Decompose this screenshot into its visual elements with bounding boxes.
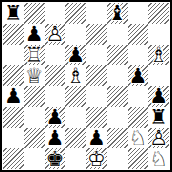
white-bishop-icon: ♗ (149, 45, 168, 65)
black-pawn-icon: ♟ (4, 86, 23, 106)
square-e7[interactable] (86, 24, 107, 45)
square-g1[interactable] (128, 148, 149, 169)
square-a5[interactable] (3, 65, 24, 86)
white-queen-b5: ♛♕ (24, 65, 45, 86)
white-king-e1: ♚♔ (86, 148, 107, 169)
white-knight-g2: ♞♘ (128, 128, 149, 149)
square-a1[interactable] (3, 148, 24, 169)
square-d5[interactable]: ♝♗ (65, 65, 86, 86)
square-h8[interactable] (148, 3, 169, 24)
square-g5[interactable]: ♟♟ (128, 65, 149, 86)
square-a8[interactable]: ♜♜ (3, 3, 24, 24)
white-knight-icon: ♘ (128, 128, 147, 148)
square-b4[interactable] (24, 86, 45, 107)
black-rook-a8: ♜♜ (3, 3, 24, 24)
square-b7[interactable]: ♟♟ (24, 24, 45, 45)
square-g8[interactable] (128, 3, 149, 24)
square-f8[interactable]: ♝♝ (107, 3, 128, 24)
white-bishop-d5: ♝♗ (65, 65, 86, 86)
black-pawn-icon: ♟ (45, 128, 64, 148)
white-bishop-h6: ♝♗ (148, 45, 169, 66)
black-rook-h3: ♜♜ (148, 107, 169, 128)
square-a3[interactable] (3, 107, 24, 128)
square-c6[interactable] (45, 45, 66, 66)
black-pawn-icon: ♟ (128, 66, 147, 86)
square-h4[interactable]: ♟♟ (148, 86, 169, 107)
square-f1[interactable] (107, 148, 128, 169)
square-e4[interactable] (86, 86, 107, 107)
square-g3[interactable] (128, 107, 149, 128)
square-b3[interactable] (24, 107, 45, 128)
square-c7[interactable]: ♟♙ (45, 24, 66, 45)
black-pawn-a4: ♟♟ (3, 86, 24, 107)
black-pawn-icon: ♟ (25, 24, 44, 44)
square-b8[interactable] (24, 3, 45, 24)
square-h6[interactable]: ♝♗ (148, 45, 169, 66)
square-f5[interactable] (107, 65, 128, 86)
black-pawn-g5: ♟♟ (128, 65, 149, 86)
white-pawn-icon: ♙ (149, 128, 168, 148)
black-pawn-d6: ♟♟ (65, 45, 86, 66)
square-g7[interactable] (128, 24, 149, 45)
black-king-c1: ♚♚ (45, 148, 66, 169)
black-pawn-c2: ♟♟ (45, 128, 66, 149)
square-a4[interactable]: ♟♟ (3, 86, 24, 107)
square-c8[interactable] (45, 3, 66, 24)
square-f7[interactable] (107, 24, 128, 45)
square-a6[interactable] (3, 45, 24, 66)
square-h1[interactable]: ♞♘ (148, 148, 169, 169)
square-c5[interactable] (45, 65, 66, 86)
square-d4[interactable] (65, 86, 86, 107)
square-e3[interactable] (86, 107, 107, 128)
square-f6[interactable] (107, 45, 128, 66)
square-e2[interactable]: ♟♟ (86, 128, 107, 149)
square-h7[interactable] (148, 24, 169, 45)
square-d7[interactable] (65, 24, 86, 45)
white-knight-h1: ♞♘ (148, 148, 169, 169)
square-e1[interactable]: ♚♔ (86, 148, 107, 169)
white-rook-b6: ♜♖ (24, 45, 45, 66)
square-d3[interactable] (65, 107, 86, 128)
black-pawn-b7: ♟♟ (24, 24, 45, 45)
square-c3[interactable]: ♟♟ (45, 107, 66, 128)
black-king-icon: ♚ (45, 149, 64, 169)
black-pawn-h4: ♟♟ (148, 86, 169, 107)
black-rook-icon: ♜ (4, 3, 23, 23)
white-pawn-c7: ♟♙ (45, 24, 66, 45)
square-e8[interactable] (86, 3, 107, 24)
square-c2[interactable]: ♟♟ (45, 128, 66, 149)
black-pawn-icon: ♟ (66, 45, 85, 65)
square-d2[interactable] (65, 128, 86, 149)
black-rook-icon: ♜ (149, 107, 168, 127)
square-h3[interactable]: ♜♜ (148, 107, 169, 128)
black-bishop-f8: ♝♝ (107, 3, 128, 24)
white-knight-icon: ♘ (149, 149, 168, 169)
black-pawn-e2: ♟♟ (86, 128, 107, 149)
square-g4[interactable] (128, 86, 149, 107)
square-h2[interactable]: ♟♙ (148, 128, 169, 149)
square-d1[interactable] (65, 148, 86, 169)
square-c1[interactable]: ♚♚ (45, 148, 66, 169)
black-bishop-icon: ♝ (108, 3, 127, 23)
square-f4[interactable] (107, 86, 128, 107)
white-queen-icon: ♕ (25, 66, 44, 86)
black-pawn-c3: ♟♟ (45, 107, 66, 128)
square-e5[interactable] (86, 65, 107, 86)
white-bishop-icon: ♗ (66, 66, 85, 86)
white-rook-icon: ♖ (25, 45, 44, 65)
square-g6[interactable] (128, 45, 149, 66)
square-b1[interactable] (24, 148, 45, 169)
white-king-icon: ♔ (87, 149, 106, 169)
square-a2[interactable] (3, 128, 24, 149)
square-b5[interactable]: ♛♕ (24, 65, 45, 86)
square-h5[interactable] (148, 65, 169, 86)
square-f2[interactable] (107, 128, 128, 149)
square-f3[interactable] (107, 107, 128, 128)
black-pawn-icon: ♟ (87, 128, 106, 148)
chess-board-frame: ♜♜♝♝♟♟♟♙♜♖♟♟♝♗♛♕♝♗♟♟♟♟♟♟♟♟♜♜♟♟♟♟♞♘♟♙♚♚♚♔… (0, 0, 172, 172)
square-d6[interactable]: ♟♟ (65, 45, 86, 66)
square-e6[interactable] (86, 45, 107, 66)
chess-board: ♜♜♝♝♟♟♟♙♜♖♟♟♝♗♛♕♝♗♟♟♟♟♟♟♟♟♜♜♟♟♟♟♞♘♟♙♚♚♚♔… (3, 3, 169, 169)
white-pawn-h2: ♟♙ (148, 128, 169, 149)
square-g2[interactable]: ♞♘ (128, 128, 149, 149)
white-pawn-icon: ♙ (45, 24, 64, 44)
black-pawn-icon: ♟ (149, 86, 168, 106)
square-b6[interactable]: ♜♖ (24, 45, 45, 66)
square-c4[interactable] (45, 86, 66, 107)
square-d8[interactable] (65, 3, 86, 24)
black-pawn-icon: ♟ (45, 107, 64, 127)
square-a7[interactable] (3, 24, 24, 45)
square-b2[interactable] (24, 128, 45, 149)
